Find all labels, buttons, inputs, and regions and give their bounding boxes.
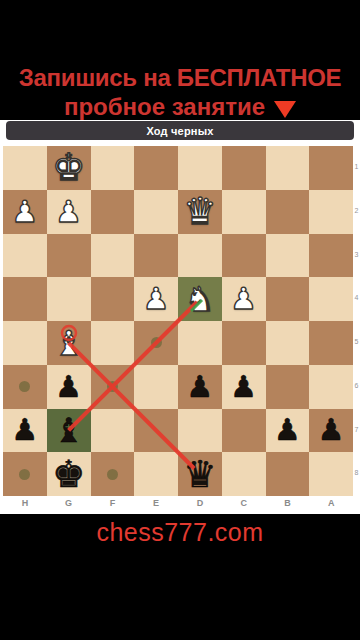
square-f1[interactable] — [91, 146, 135, 190]
square-c5[interactable] — [222, 321, 266, 365]
chess-board[interactable]: ♚♟♟♛♟♞♟♝♟♟♟♟♝♟♟♚♛ — [3, 146, 353, 496]
square-b5[interactable] — [266, 321, 310, 365]
site-url: chess777.com — [0, 514, 360, 547]
square-d6[interactable]: ♟ — [178, 365, 222, 409]
square-f7[interactable] — [91, 409, 135, 453]
square-e2[interactable] — [134, 190, 178, 234]
file-label-f: F — [91, 497, 135, 511]
square-a8[interactable] — [309, 452, 353, 496]
square-b4[interactable] — [266, 277, 310, 321]
square-f2[interactable] — [91, 190, 135, 234]
square-a5[interactable] — [309, 321, 353, 365]
rank-label-4: 4 — [353, 294, 360, 301]
rank-label-6: 6 — [353, 382, 360, 389]
square-d2[interactable]: ♛ — [178, 190, 222, 234]
file-label-d: D — [178, 497, 222, 511]
black-pawn-g6: ♟ — [55, 372, 82, 402]
black-pawn-d6: ♟ — [186, 372, 213, 402]
square-e3[interactable] — [134, 234, 178, 278]
square-f5[interactable] — [91, 321, 135, 365]
square-g2[interactable]: ♟ — [47, 190, 91, 234]
square-a4[interactable] — [309, 277, 353, 321]
file-label-g: G — [47, 497, 91, 511]
square-g3[interactable] — [47, 234, 91, 278]
square-h7[interactable]: ♟ — [3, 409, 47, 453]
square-c7[interactable] — [222, 409, 266, 453]
square-h8[interactable] — [3, 452, 47, 496]
square-g1[interactable]: ♚ — [47, 146, 91, 190]
square-f8[interactable] — [91, 452, 135, 496]
rank-label-8: 8 — [353, 469, 360, 476]
square-c6[interactable]: ♟ — [222, 365, 266, 409]
file-label-c: C — [222, 497, 266, 511]
white-bishop-g5: ♝ — [53, 326, 83, 360]
chess-app-panel: Ход черных ♚♟♟♛♟♞♟♝♟♟♟♟♝♟♟♚♛ 12345678 HG… — [0, 120, 360, 514]
rank-coordinates: 12345678 — [353, 146, 360, 496]
square-a7[interactable]: ♟ — [309, 409, 353, 453]
square-g4[interactable] — [47, 277, 91, 321]
square-c1[interactable] — [222, 146, 266, 190]
file-label-b: B — [266, 497, 310, 511]
promo-text-line2: пробное занятие — [0, 93, 360, 121]
square-b7[interactable]: ♟ — [266, 409, 310, 453]
square-f6[interactable] — [91, 365, 135, 409]
square-a3[interactable] — [309, 234, 353, 278]
black-king-g8: ♚ — [52, 456, 85, 493]
square-b1[interactable] — [266, 146, 310, 190]
white-knight-d4: ♞ — [185, 282, 215, 316]
legal-move-dot — [107, 381, 118, 392]
black-bishop-g7: ♝ — [53, 413, 83, 447]
legal-move-dot — [19, 381, 30, 392]
square-d5[interactable] — [178, 321, 222, 365]
square-c4[interactable]: ♟ — [222, 277, 266, 321]
square-b3[interactable] — [266, 234, 310, 278]
square-e7[interactable] — [134, 409, 178, 453]
square-d4[interactable]: ♞ — [178, 277, 222, 321]
file-label-h: H — [3, 497, 47, 511]
square-g8[interactable]: ♚ — [47, 452, 91, 496]
black-pawn-a7: ♟ — [318, 415, 345, 445]
black-queen-d8: ♛ — [183, 456, 216, 493]
legal-move-dot — [19, 469, 30, 480]
black-pawn-b7: ♟ — [274, 415, 301, 445]
rank-label-5: 5 — [353, 338, 360, 345]
square-e6[interactable] — [134, 365, 178, 409]
square-h4[interactable] — [3, 277, 47, 321]
square-f3[interactable] — [91, 234, 135, 278]
file-label-e: E — [134, 497, 178, 511]
square-h2[interactable]: ♟ — [3, 190, 47, 234]
square-d1[interactable] — [178, 146, 222, 190]
rank-label-7: 7 — [353, 426, 360, 433]
turn-status-bar: Ход черных — [6, 121, 354, 140]
square-a6[interactable] — [309, 365, 353, 409]
square-e5[interactable] — [134, 321, 178, 365]
turn-status-label: Ход черных — [146, 125, 213, 137]
white-pawn-h2: ♟ — [11, 197, 38, 227]
file-coordinates: HGFEDCBA — [3, 497, 353, 511]
rank-label-2: 2 — [353, 207, 360, 214]
white-pawn-c4: ♟ — [230, 284, 257, 314]
black-pawn-c6: ♟ — [230, 372, 257, 402]
square-g5[interactable]: ♝ — [47, 321, 91, 365]
square-b2[interactable] — [266, 190, 310, 234]
square-h1[interactable] — [3, 146, 47, 190]
red-down-triangle-icon — [274, 101, 296, 118]
square-g7[interactable]: ♝ — [47, 409, 91, 453]
square-d3[interactable] — [178, 234, 222, 278]
white-pawn-g2: ♟ — [55, 197, 82, 227]
rank-label-3: 3 — [353, 251, 360, 258]
white-pawn-e4: ♟ — [143, 284, 170, 314]
file-label-a: A — [309, 497, 353, 511]
square-b6[interactable] — [266, 365, 310, 409]
square-a2[interactable] — [309, 190, 353, 234]
white-queen-d2: ♛ — [183, 193, 216, 230]
rank-label-1: 1 — [353, 163, 360, 170]
promo-banner: Запишись на БЕСПЛАТНОЕ пробное занятие — [0, 0, 360, 120]
square-h6[interactable] — [3, 365, 47, 409]
black-pawn-h7: ♟ — [11, 415, 38, 445]
square-e4[interactable]: ♟ — [134, 277, 178, 321]
square-e1[interactable] — [134, 146, 178, 190]
promo-text-line2-text: пробное занятие — [64, 93, 265, 121]
square-h5[interactable] — [3, 321, 47, 365]
square-b8[interactable] — [266, 452, 310, 496]
square-c8[interactable] — [222, 452, 266, 496]
square-g6[interactable]: ♟ — [47, 365, 91, 409]
square-f4[interactable] — [91, 277, 135, 321]
legal-move-dot — [107, 469, 118, 480]
square-d8[interactable]: ♛ — [178, 452, 222, 496]
square-c3[interactable] — [222, 234, 266, 278]
white-king-g1: ♚ — [52, 149, 85, 186]
promo-text-line1: Запишись на БЕСПЛАТНОЕ — [0, 64, 360, 92]
square-e8[interactable] — [134, 452, 178, 496]
square-c2[interactable] — [222, 190, 266, 234]
square-a1[interactable] — [309, 146, 353, 190]
footer: chess777.com — [0, 514, 360, 640]
legal-move-dot — [151, 337, 162, 348]
square-h3[interactable] — [3, 234, 47, 278]
square-d7[interactable] — [178, 409, 222, 453]
